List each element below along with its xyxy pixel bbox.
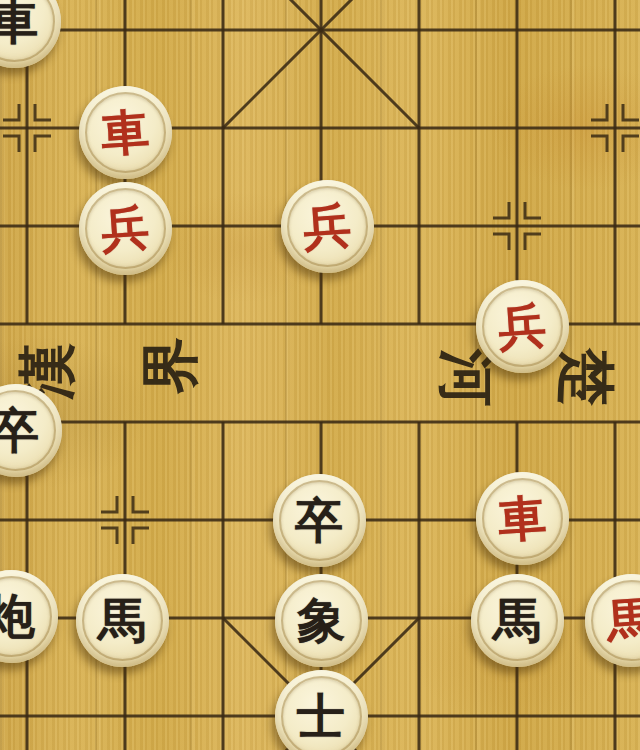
black-horse[interactable]: 馬 [76,574,169,667]
piece-glyph: 兵 [301,200,352,251]
piece-glyph: 兵 [496,300,547,351]
piece-glyph: 馬 [98,596,146,644]
piece-glyph: 兵 [99,202,150,253]
piece-glyph: 卒 [0,406,39,454]
red-soldier[interactable]: 兵 [281,180,374,273]
river-text-楚: 楚 [557,348,615,406]
piece-glyph: 士 [297,692,345,740]
black-soldier[interactable]: 卒 [273,474,366,567]
piece-glyph: 象 [297,596,345,644]
piece-glyph: 車 [0,0,38,45]
piece-glyph: 卒 [295,496,343,544]
black-horse[interactable]: 馬 [471,574,564,667]
red-soldier[interactable]: 兵 [79,182,172,275]
piece-glyph: 車 [496,492,547,543]
black-elephant[interactable]: 象 [275,574,368,667]
piece-glyph: 馬 [493,596,541,644]
river-text-界: 界 [141,336,199,394]
piece-glyph: 馬 [605,594,640,645]
red-chariot[interactable]: 車 [79,86,172,179]
red-soldier[interactable]: 兵 [476,280,569,373]
red-chariot[interactable]: 車 [476,472,569,565]
xiangqi-board: 漢界河楚 車車兵兵兵卒卒車炮馬象馬馬士 [0,0,640,750]
piece-glyph: 炮 [0,592,35,640]
piece-glyph: 車 [99,106,150,157]
